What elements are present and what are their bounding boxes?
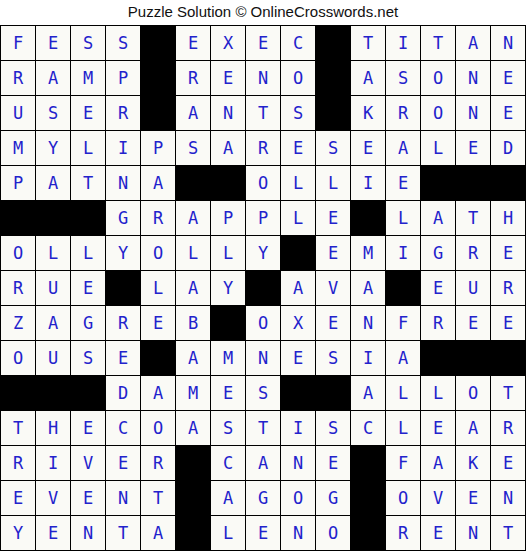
- letter-cell-r14c14: E: [456, 481, 490, 515]
- block-cell-r13c6: [176, 446, 210, 480]
- letter-cell-r6c14: T: [456, 201, 490, 235]
- letter-cell-r9c9: X: [281, 306, 315, 340]
- letter-cell-r5c4: N: [106, 166, 140, 200]
- block-cell-r15c6: [176, 516, 210, 550]
- letter-cell-r7c10: E: [316, 236, 350, 270]
- letter-cell-r9c11: N: [351, 306, 385, 340]
- letter-cell-r10c6: A: [176, 341, 210, 375]
- letter-cell-r4c7: A: [211, 131, 245, 165]
- letter-cell-r4c9: E: [281, 131, 315, 165]
- letter-cell-r15c9: N: [281, 516, 315, 550]
- letter-cell-r11c5: A: [141, 376, 175, 410]
- letter-cell-r8c2: U: [36, 271, 70, 305]
- letter-cell-r11c7: E: [211, 376, 245, 410]
- block-cell-r10c13: [421, 341, 455, 375]
- letter-cell-r13c5: R: [141, 446, 175, 480]
- letter-cell-r10c10: S: [316, 341, 350, 375]
- letter-cell-r12c9: I: [281, 411, 315, 445]
- block-cell-r11c3: [71, 376, 105, 410]
- letter-cell-r11c14: O: [456, 376, 490, 410]
- letter-cell-r13c12: F: [386, 446, 420, 480]
- letter-cell-r12c6: A: [176, 411, 210, 445]
- letter-cell-r3c7: N: [211, 96, 245, 130]
- letter-cell-r7c6: L: [176, 236, 210, 270]
- letter-cell-r9c14: E: [456, 306, 490, 340]
- letter-cell-r9c12: F: [386, 306, 420, 340]
- letter-cell-r5c11: I: [351, 166, 385, 200]
- block-cell-r5c13: [421, 166, 455, 200]
- block-cell-r11c1: [1, 376, 35, 410]
- letter-cell-r12c13: E: [421, 411, 455, 445]
- letter-cell-r12c15: R: [491, 411, 525, 445]
- block-cell-r10c14: [456, 341, 490, 375]
- block-cell-r8c4: [106, 271, 140, 305]
- letter-cell-r5c3: T: [71, 166, 105, 200]
- block-cell-r14c6: [176, 481, 210, 515]
- block-cell-r9c7: [211, 306, 245, 340]
- letter-cell-r12c12: L: [386, 411, 420, 445]
- block-cell-r8c8: [246, 271, 280, 305]
- letter-cell-r6c8: P: [246, 201, 280, 235]
- block-cell-r11c10: [316, 376, 350, 410]
- letter-cell-r8c10: V: [316, 271, 350, 305]
- letter-cell-r13c7: C: [211, 446, 245, 480]
- letter-cell-r14c4: N: [106, 481, 140, 515]
- letter-cell-r2c15: E: [491, 61, 525, 95]
- letter-cell-r4c10: S: [316, 131, 350, 165]
- letter-cell-r7c4: Y: [106, 236, 140, 270]
- letter-cell-r14c9: O: [281, 481, 315, 515]
- puzzle-title: Puzzle Solution © OnlineCrosswords.net: [0, 0, 526, 25]
- letter-cell-r15c15: T: [491, 516, 525, 550]
- letter-cell-r7c13: G: [421, 236, 455, 270]
- letter-cell-r10c4: E: [106, 341, 140, 375]
- letter-cell-r8c7: Y: [211, 271, 245, 305]
- block-cell-r15c11: [351, 516, 385, 550]
- block-cell-r1c5: [141, 26, 175, 60]
- letter-cell-r1c7: X: [211, 26, 245, 60]
- letter-cell-r14c3: E: [71, 481, 105, 515]
- letter-cell-r5c8: O: [246, 166, 280, 200]
- letter-cell-r10c7: M: [211, 341, 245, 375]
- letter-cell-r5c1: P: [1, 166, 35, 200]
- letter-cell-r4c6: S: [176, 131, 210, 165]
- letter-cell-r2c12: S: [386, 61, 420, 95]
- letter-cell-r15c14: N: [456, 516, 490, 550]
- letter-cell-r4c13: L: [421, 131, 455, 165]
- block-cell-r6c2: [36, 201, 70, 235]
- letter-cell-r12c7: S: [211, 411, 245, 445]
- letter-cell-r11c6: M: [176, 376, 210, 410]
- letter-cell-r6c15: H: [491, 201, 525, 235]
- letter-cell-r8c11: A: [351, 271, 385, 305]
- letter-cell-r15c4: T: [106, 516, 140, 550]
- letter-cell-r12c3: E: [71, 411, 105, 445]
- letter-cell-r9c4: R: [106, 306, 140, 340]
- letter-cell-r2c2: A: [36, 61, 70, 95]
- letter-cell-r4c1: M: [1, 131, 35, 165]
- letter-cell-r2c7: E: [211, 61, 245, 95]
- letter-cell-r15c5: A: [141, 516, 175, 550]
- letter-cell-r13c14: K: [456, 446, 490, 480]
- block-cell-r13c11: [351, 446, 385, 480]
- letter-cell-r10c8: N: [246, 341, 280, 375]
- block-cell-r10c5: [141, 341, 175, 375]
- letter-cell-r14c8: G: [246, 481, 280, 515]
- letter-cell-r3c6: A: [176, 96, 210, 130]
- letter-cell-r9c15: E: [491, 306, 525, 340]
- letter-cell-r5c2: A: [36, 166, 70, 200]
- letter-cell-r9c8: O: [246, 306, 280, 340]
- letter-cell-r2c13: O: [421, 61, 455, 95]
- letter-cell-r14c1: E: [1, 481, 35, 515]
- letter-cell-r8c15: R: [491, 271, 525, 305]
- letter-cell-r1c8: E: [246, 26, 280, 60]
- letter-cell-r6c13: A: [421, 201, 455, 235]
- block-cell-r8c12: [386, 271, 420, 305]
- letter-cell-r10c12: A: [386, 341, 420, 375]
- letter-cell-r11c15: T: [491, 376, 525, 410]
- letter-cell-r14c2: V: [36, 481, 70, 515]
- letter-cell-r15c13: E: [421, 516, 455, 550]
- block-cell-r7c9: [281, 236, 315, 270]
- letter-cell-r7c14: R: [456, 236, 490, 270]
- letter-cell-r3c4: R: [106, 96, 140, 130]
- letter-cell-r12c14: A: [456, 411, 490, 445]
- letter-cell-r11c8: S: [246, 376, 280, 410]
- letter-cell-r7c12: I: [386, 236, 420, 270]
- letter-cell-r4c5: P: [141, 131, 175, 165]
- letter-cell-r15c2: E: [36, 516, 70, 550]
- letter-cell-r1c9: C: [281, 26, 315, 60]
- letter-cell-r12c1: T: [1, 411, 35, 445]
- letter-cell-r8c13: E: [421, 271, 455, 305]
- letter-cell-r3c9: S: [281, 96, 315, 130]
- letter-cell-r14c5: T: [141, 481, 175, 515]
- letter-cell-r12c8: T: [246, 411, 280, 445]
- letter-cell-r3c15: E: [491, 96, 525, 130]
- letter-cell-r1c3: S: [71, 26, 105, 60]
- letter-cell-r5c9: L: [281, 166, 315, 200]
- letter-cell-r2c1: R: [1, 61, 35, 95]
- letter-cell-r2c4: P: [106, 61, 140, 95]
- letter-cell-r5c12: E: [386, 166, 420, 200]
- letter-cell-r14c10: G: [316, 481, 350, 515]
- block-cell-r3c5: [141, 96, 175, 130]
- letter-cell-r7c3: L: [71, 236, 105, 270]
- letter-cell-r3c8: T: [246, 96, 280, 130]
- block-cell-r5c6: [176, 166, 210, 200]
- letter-cell-r4c3: L: [71, 131, 105, 165]
- letter-cell-r2c3: M: [71, 61, 105, 95]
- letter-cell-r1c4: S: [106, 26, 140, 60]
- letter-cell-r4c15: D: [491, 131, 525, 165]
- letter-cell-r3c3: E: [71, 96, 105, 130]
- letter-cell-r5c5: A: [141, 166, 175, 200]
- letter-cell-r13c2: I: [36, 446, 70, 480]
- letter-cell-r10c11: I: [351, 341, 385, 375]
- letter-cell-r2c11: A: [351, 61, 385, 95]
- block-cell-r6c1: [1, 201, 35, 235]
- letter-cell-r1c1: F: [1, 26, 35, 60]
- letter-cell-r12c11: C: [351, 411, 385, 445]
- letter-cell-r12c5: O: [141, 411, 175, 445]
- block-cell-r3c10: [316, 96, 350, 130]
- crossword-grid: FESSEXECTITANRAMPRENOASONEUSERANTSKRONEM…: [0, 25, 526, 551]
- letter-cell-r3c1: U: [1, 96, 35, 130]
- letter-cell-r11c12: L: [386, 376, 420, 410]
- letter-cell-r10c3: S: [71, 341, 105, 375]
- letter-cell-r7c15: E: [491, 236, 525, 270]
- letter-cell-r13c10: E: [316, 446, 350, 480]
- letter-cell-r6c4: G: [106, 201, 140, 235]
- letter-cell-r7c8: Y: [246, 236, 280, 270]
- letter-cell-r7c1: O: [1, 236, 35, 270]
- letter-cell-r9c2: A: [36, 306, 70, 340]
- letter-cell-r6c12: L: [386, 201, 420, 235]
- letter-cell-r3c14: N: [456, 96, 490, 130]
- block-cell-r5c7: [211, 166, 245, 200]
- letter-cell-r7c11: M: [351, 236, 385, 270]
- letter-cell-r6c7: P: [211, 201, 245, 235]
- block-cell-r14c11: [351, 481, 385, 515]
- letter-cell-r5c10: L: [316, 166, 350, 200]
- letter-cell-r14c7: A: [211, 481, 245, 515]
- letter-cell-r9c1: Z: [1, 306, 35, 340]
- letter-cell-r15c10: O: [316, 516, 350, 550]
- letter-cell-r12c10: S: [316, 411, 350, 445]
- block-cell-r6c3: [71, 201, 105, 235]
- letter-cell-r8c1: R: [1, 271, 35, 305]
- letter-cell-r11c11: A: [351, 376, 385, 410]
- letter-cell-r12c2: H: [36, 411, 70, 445]
- letter-cell-r6c5: R: [141, 201, 175, 235]
- letter-cell-r13c15: E: [491, 446, 525, 480]
- letter-cell-r9c13: R: [421, 306, 455, 340]
- letter-cell-r15c7: L: [211, 516, 245, 550]
- letter-cell-r3c13: O: [421, 96, 455, 130]
- block-cell-r1c10: [316, 26, 350, 60]
- letter-cell-r8c6: A: [176, 271, 210, 305]
- letter-cell-r1c6: E: [176, 26, 210, 60]
- letter-cell-r15c8: E: [246, 516, 280, 550]
- letter-cell-r4c8: R: [246, 131, 280, 165]
- letter-cell-r3c2: S: [36, 96, 70, 130]
- block-cell-r11c9: [281, 376, 315, 410]
- letter-cell-r4c2: Y: [36, 131, 70, 165]
- letter-cell-r9c5: E: [141, 306, 175, 340]
- letter-cell-r3c11: K: [351, 96, 385, 130]
- letter-cell-r6c10: E: [316, 201, 350, 235]
- letter-cell-r4c14: E: [456, 131, 490, 165]
- letter-cell-r2c9: O: [281, 61, 315, 95]
- letter-cell-r1c2: E: [36, 26, 70, 60]
- letter-cell-r1c13: T: [421, 26, 455, 60]
- letter-cell-r13c8: A: [246, 446, 280, 480]
- letter-cell-r1c15: N: [491, 26, 525, 60]
- letter-cell-r13c3: V: [71, 446, 105, 480]
- letter-cell-r10c1: O: [1, 341, 35, 375]
- letter-cell-r11c4: D: [106, 376, 140, 410]
- letter-cell-r2c8: N: [246, 61, 280, 95]
- letter-cell-r8c5: L: [141, 271, 175, 305]
- block-cell-r2c5: [141, 61, 175, 95]
- letter-cell-r8c3: E: [71, 271, 105, 305]
- letter-cell-r4c11: E: [351, 131, 385, 165]
- letter-cell-r1c12: I: [386, 26, 420, 60]
- letter-cell-r9c6: B: [176, 306, 210, 340]
- letter-cell-r1c14: A: [456, 26, 490, 60]
- letter-cell-r13c13: A: [421, 446, 455, 480]
- letter-cell-r4c12: A: [386, 131, 420, 165]
- letter-cell-r1c11: T: [351, 26, 385, 60]
- block-cell-r5c14: [456, 166, 490, 200]
- letter-cell-r11c13: L: [421, 376, 455, 410]
- letter-cell-r10c9: E: [281, 341, 315, 375]
- letter-cell-r12c4: C: [106, 411, 140, 445]
- letter-cell-r14c15: N: [491, 481, 525, 515]
- letter-cell-r9c3: G: [71, 306, 105, 340]
- letter-cell-r15c1: Y: [1, 516, 35, 550]
- letter-cell-r13c1: R: [1, 446, 35, 480]
- letter-cell-r2c6: R: [176, 61, 210, 95]
- letter-cell-r10c2: U: [36, 341, 70, 375]
- letter-cell-r4c4: I: [106, 131, 140, 165]
- letter-cell-r8c9: A: [281, 271, 315, 305]
- letter-cell-r2c14: N: [456, 61, 490, 95]
- letter-cell-r8c14: U: [456, 271, 490, 305]
- letter-cell-r7c5: O: [141, 236, 175, 270]
- letter-cell-r9c10: E: [316, 306, 350, 340]
- letter-cell-r14c12: O: [386, 481, 420, 515]
- block-cell-r2c10: [316, 61, 350, 95]
- letter-cell-r7c2: L: [36, 236, 70, 270]
- block-cell-r6c11: [351, 201, 385, 235]
- letter-cell-r14c13: V: [421, 481, 455, 515]
- block-cell-r5c15: [491, 166, 525, 200]
- letter-cell-r3c12: R: [386, 96, 420, 130]
- letter-cell-r15c12: R: [386, 516, 420, 550]
- letter-cell-r6c9: L: [281, 201, 315, 235]
- letter-cell-r13c9: N: [281, 446, 315, 480]
- letter-cell-r15c3: N: [71, 516, 105, 550]
- letter-cell-r7c7: L: [211, 236, 245, 270]
- letter-cell-r6c6: A: [176, 201, 210, 235]
- letter-cell-r13c4: E: [106, 446, 140, 480]
- block-cell-r11c2: [36, 376, 70, 410]
- block-cell-r10c15: [491, 341, 525, 375]
